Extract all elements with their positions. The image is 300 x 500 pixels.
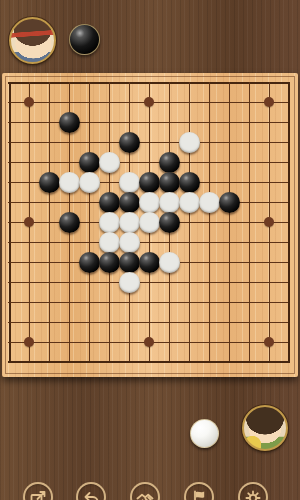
grid-line-horizontal: [8, 302, 290, 303]
black-stone: [139, 172, 160, 193]
star-point: [264, 337, 274, 347]
black-stone: [159, 152, 180, 173]
black-stone: [39, 172, 60, 193]
black-stone: [119, 192, 140, 213]
star-point: [144, 97, 154, 107]
white-stone: [79, 172, 100, 193]
handshake-icon: [135, 488, 155, 500]
black-stone: [119, 132, 140, 153]
star-point: [24, 97, 34, 107]
grid-line-horizontal: [8, 361, 290, 363]
white-stone: [99, 232, 120, 253]
white-stone: [139, 212, 160, 233]
white-stone: [119, 172, 140, 193]
grid-line-vertical: [189, 82, 190, 363]
grid-line-horizontal: [8, 242, 290, 243]
grid-line-vertical: [249, 82, 250, 363]
black-stone: [179, 172, 200, 193]
board-arrow-icon: [28, 488, 48, 500]
white-stone-indicator: [190, 419, 219, 448]
grid-line-horizontal: [8, 322, 290, 323]
undo-arrow-icon: [81, 488, 101, 500]
white-stone: [119, 272, 140, 293]
black-stone: [79, 152, 100, 173]
white-stone: [139, 192, 160, 213]
black-stone: [79, 252, 100, 273]
black-stone-indicator: [69, 24, 100, 55]
black-stone: [219, 192, 240, 213]
white-stone: [179, 132, 200, 153]
grid-line-vertical: [229, 82, 230, 363]
white-stone: [159, 252, 180, 273]
settings-button[interactable]: [238, 482, 268, 500]
white-stone: [99, 152, 120, 173]
black-stone: [99, 192, 120, 213]
star-point: [24, 337, 34, 347]
black-stone: [139, 252, 160, 273]
black-stone: [159, 212, 180, 233]
white-stone: [199, 192, 220, 213]
white-stone: [99, 212, 120, 233]
opponent-avatar[interactable]: [9, 17, 56, 64]
white-stone: [119, 232, 140, 253]
white-stone: [159, 192, 180, 213]
grid-line-vertical: [209, 82, 210, 363]
star-point: [144, 337, 154, 347]
grid-line-horizontal: [8, 282, 290, 283]
new-game-button[interactable]: [23, 482, 53, 500]
draw-button[interactable]: [130, 482, 160, 500]
flag-icon: [189, 488, 209, 500]
white-stone: [59, 172, 80, 193]
black-stone: [59, 212, 80, 233]
gear-icon: [243, 488, 263, 500]
black-stone: [159, 172, 180, 193]
player-avatar[interactable]: [242, 405, 288, 451]
undo-button[interactable]: [76, 482, 106, 500]
gomoku-app: [0, 0, 300, 500]
black-stone: [59, 112, 80, 133]
game-board[interactable]: [2, 73, 298, 377]
grid-line-vertical: [288, 82, 290, 363]
white-stone: [179, 192, 200, 213]
black-stone: [99, 252, 120, 273]
star-point: [24, 217, 34, 227]
star-point: [264, 217, 274, 227]
black-stone: [119, 252, 140, 273]
white-stone: [119, 212, 140, 233]
resign-button[interactable]: [184, 482, 214, 500]
star-point: [264, 97, 274, 107]
